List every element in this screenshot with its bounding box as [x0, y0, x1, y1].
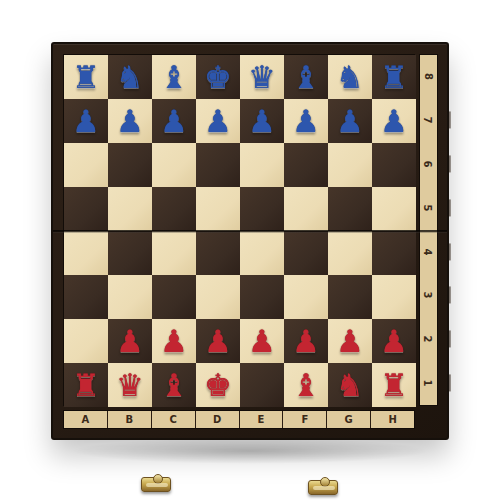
square-c1[interactable]: ♝ [152, 363, 196, 407]
piece-blue-pawn[interactable]: ♟ [116, 106, 144, 137]
square-a1[interactable]: ♜ [64, 363, 108, 407]
square-a2[interactable] [64, 319, 108, 363]
rank-label-7: 7 [407, 111, 451, 128]
square-d2[interactable]: ♟ [196, 319, 240, 363]
piece-blue-pawn[interactable]: ♟ [248, 106, 276, 137]
square-b2[interactable]: ♟ [108, 319, 152, 363]
square-g8[interactable]: ♞ [328, 55, 372, 99]
piece-blue-bishop[interactable]: ♝ [292, 62, 320, 93]
piece-red-pawn[interactable]: ♟ [380, 326, 408, 357]
square-a6[interactable] [64, 143, 108, 187]
square-c3[interactable] [152, 275, 196, 319]
square-b4[interactable] [108, 231, 152, 275]
piece-blue-pawn[interactable]: ♟ [336, 106, 364, 137]
rank-label-1: 1 [407, 375, 451, 392]
square-c7[interactable]: ♟ [152, 99, 196, 143]
square-b7[interactable]: ♟ [108, 99, 152, 143]
piece-blue-rook[interactable]: ♜ [380, 62, 408, 93]
square-d5[interactable] [196, 187, 240, 231]
piece-blue-pawn[interactable]: ♟ [292, 106, 320, 137]
piece-blue-knight[interactable]: ♞ [336, 62, 364, 93]
brass-clasp-icon [141, 477, 171, 492]
square-g6[interactable] [328, 143, 372, 187]
square-e4[interactable] [240, 231, 284, 275]
square-a5[interactable] [64, 187, 108, 231]
square-f4[interactable] [284, 231, 328, 275]
piece-blue-knight[interactable]: ♞ [116, 62, 144, 93]
square-c5[interactable] [152, 187, 196, 231]
square-f8[interactable]: ♝ [284, 55, 328, 99]
square-c6[interactable] [152, 143, 196, 187]
square-f5[interactable] [284, 187, 328, 231]
rank-label-5: 5 [407, 199, 451, 216]
file-label-f: F [282, 411, 326, 428]
square-b1[interactable]: ♛ [108, 363, 152, 407]
square-g2[interactable]: ♟ [328, 319, 372, 363]
piece-blue-pawn[interactable]: ♟ [204, 106, 232, 137]
piece-blue-pawn[interactable]: ♟ [72, 106, 100, 137]
file-label-c: C [151, 411, 195, 428]
square-e8[interactable]: ♛ [240, 55, 284, 99]
piece-red-pawn[interactable]: ♟ [204, 326, 232, 357]
square-f6[interactable] [284, 143, 328, 187]
piece-blue-bishop[interactable]: ♝ [160, 62, 188, 93]
square-a7[interactable]: ♟ [64, 99, 108, 143]
file-label-b: B [107, 411, 151, 428]
brass-clasp-icon [308, 480, 338, 495]
piece-blue-king[interactable]: ♚ [204, 62, 232, 93]
square-d4[interactable] [196, 231, 240, 275]
square-d1[interactable]: ♚ [196, 363, 240, 407]
square-g3[interactable] [328, 275, 372, 319]
piece-red-pawn[interactable]: ♟ [248, 326, 276, 357]
piece-red-bishop[interactable]: ♝ [292, 370, 320, 401]
file-label-e: E [239, 411, 283, 428]
square-a8[interactable]: ♜ [64, 55, 108, 99]
board-drop-shadow [70, 438, 430, 464]
piece-red-knight[interactable]: ♞ [336, 370, 364, 401]
product-photo-stage: ♜♞♝♚♛♝♞♜♟♟♟♟♟♟♟♟♟♟♟♟♟♟♟♜♛♝♚♝♞♜ ABCDEFGH … [0, 0, 500, 500]
square-a3[interactable] [64, 275, 108, 319]
piece-red-queen[interactable]: ♛ [116, 370, 144, 401]
square-e5[interactable] [240, 187, 284, 231]
file-label-h: H [370, 411, 414, 428]
square-e2[interactable]: ♟ [240, 319, 284, 363]
board-fold-seam [53, 230, 447, 233]
square-d8[interactable]: ♚ [196, 55, 240, 99]
piece-red-rook[interactable]: ♜ [72, 370, 100, 401]
square-b8[interactable]: ♞ [108, 55, 152, 99]
piece-blue-pawn[interactable]: ♟ [380, 106, 408, 137]
square-f2[interactable]: ♟ [284, 319, 328, 363]
square-c8[interactable]: ♝ [152, 55, 196, 99]
chess-board: ♜♞♝♚♛♝♞♜♟♟♟♟♟♟♟♟♟♟♟♟♟♟♟♜♛♝♚♝♞♜ ABCDEFGH … [51, 42, 449, 440]
rank-label-2: 2 [407, 331, 451, 348]
square-g4[interactable] [328, 231, 372, 275]
piece-blue-pawn[interactable]: ♟ [160, 106, 188, 137]
square-a4[interactable] [64, 231, 108, 275]
square-e1[interactable] [240, 363, 284, 407]
square-e6[interactable] [240, 143, 284, 187]
square-d3[interactable] [196, 275, 240, 319]
file-labels-strip: ABCDEFGH [63, 410, 415, 429]
file-label-g: G [326, 411, 370, 428]
piece-red-pawn[interactable]: ♟ [292, 326, 320, 357]
square-f3[interactable] [284, 275, 328, 319]
square-e7[interactable]: ♟ [240, 99, 284, 143]
square-g5[interactable] [328, 187, 372, 231]
file-label-d: D [195, 411, 239, 428]
rank-label-4: 4 [407, 243, 451, 260]
square-b5[interactable] [108, 187, 152, 231]
piece-red-pawn[interactable]: ♟ [116, 326, 144, 357]
square-g1[interactable]: ♞ [328, 363, 372, 407]
square-e3[interactable] [240, 275, 284, 319]
square-d7[interactable]: ♟ [196, 99, 240, 143]
piece-red-king[interactable]: ♚ [204, 370, 232, 401]
piece-blue-queen[interactable]: ♛ [248, 62, 276, 93]
square-f1[interactable]: ♝ [284, 363, 328, 407]
square-c2[interactable]: ♟ [152, 319, 196, 363]
piece-red-pawn[interactable]: ♟ [336, 326, 364, 357]
file-label-a: A [64, 411, 107, 428]
square-g7[interactable]: ♟ [328, 99, 372, 143]
piece-red-bishop[interactable]: ♝ [160, 370, 188, 401]
rank-label-6: 6 [407, 155, 451, 172]
piece-red-pawn[interactable]: ♟ [160, 326, 188, 357]
rank-label-8: 8 [407, 68, 450, 85]
piece-red-rook[interactable]: ♜ [380, 370, 408, 401]
square-b3[interactable] [108, 275, 152, 319]
square-c4[interactable] [152, 231, 196, 275]
square-b6[interactable] [108, 143, 152, 187]
square-d6[interactable] [196, 143, 240, 187]
piece-blue-rook[interactable]: ♜ [72, 62, 100, 93]
square-f7[interactable]: ♟ [284, 99, 328, 143]
rank-label-3: 3 [407, 287, 451, 304]
